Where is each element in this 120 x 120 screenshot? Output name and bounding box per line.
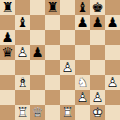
white-king: ♔ (90, 105, 105, 120)
square-d5[interactable] (45, 45, 60, 60)
square-e7[interactable] (60, 15, 75, 30)
white-pawn-fill: ♟ (105, 75, 120, 90)
square-h2[interactable] (105, 90, 120, 105)
square-g4[interactable] (90, 60, 105, 75)
square-f6[interactable] (75, 30, 90, 45)
square-h3[interactable]: ♟♙ (105, 75, 120, 90)
square-d4[interactable] (45, 60, 60, 75)
black-bishop: ♝ (75, 0, 90, 15)
white-pawn: ♙ (105, 75, 120, 90)
square-g1[interactable]: ♚♔ (90, 105, 105, 120)
black-pawn: ♟ (90, 15, 105, 30)
square-d6[interactable] (45, 30, 60, 45)
square-c1[interactable]: ♛♕ (30, 105, 45, 120)
square-f5[interactable] (75, 45, 90, 60)
white-king-fill: ♚ (90, 105, 105, 120)
black-king: ♚ (90, 0, 105, 15)
square-c4[interactable] (30, 60, 45, 75)
square-b4[interactable] (15, 60, 30, 75)
square-e5[interactable] (60, 45, 75, 60)
white-rook: ♖ (15, 105, 30, 120)
square-a4[interactable] (0, 60, 15, 75)
white-rook: ♖ (60, 105, 75, 120)
square-e8[interactable] (60, 0, 75, 15)
square-b8[interactable] (15, 0, 30, 15)
square-b5[interactable]: ♟♙ (15, 45, 30, 60)
square-a1[interactable] (0, 105, 15, 120)
chess-board: ♜♜♝♚♝♟♟♟♟♛♟♙♟♟♙♝♗♞♘♟♙♟♙♟♙♜♖♛♕♜♖♚♔ (0, 0, 120, 120)
square-e3[interactable] (60, 75, 75, 90)
white-queen: ♕ (30, 105, 45, 120)
square-f7[interactable]: ♟ (75, 15, 90, 30)
square-c8[interactable] (30, 0, 45, 15)
square-g6[interactable] (90, 30, 105, 45)
square-b2[interactable] (15, 90, 30, 105)
square-c5[interactable]: ♟ (30, 45, 45, 60)
black-pawn: ♟ (30, 45, 45, 60)
square-d2[interactable] (45, 90, 60, 105)
white-pawn-fill: ♟ (90, 90, 105, 105)
square-d3[interactable] (45, 75, 60, 90)
square-c3[interactable] (30, 75, 45, 90)
black-pawn: ♟ (105, 15, 120, 30)
black-pawn: ♟ (0, 30, 15, 45)
square-a8[interactable]: ♜ (0, 0, 15, 15)
white-pawn: ♙ (75, 90, 90, 105)
square-d7[interactable] (45, 15, 60, 30)
square-a5[interactable]: ♛ (0, 45, 15, 60)
square-f4[interactable] (75, 60, 90, 75)
square-h6[interactable] (105, 30, 120, 45)
square-h5[interactable] (105, 45, 120, 60)
square-e1[interactable]: ♜♖ (60, 105, 75, 120)
square-h7[interactable]: ♟ (105, 15, 120, 30)
white-pawn: ♙ (60, 60, 75, 75)
white-pawn-fill: ♟ (60, 60, 75, 75)
square-b3[interactable]: ♝♗ (15, 75, 30, 90)
square-h1[interactable] (105, 105, 120, 120)
black-rook: ♜ (45, 0, 60, 15)
white-bishop: ♗ (15, 75, 30, 90)
square-h8[interactable] (105, 0, 120, 15)
square-d1[interactable] (45, 105, 60, 120)
square-e6[interactable] (60, 30, 75, 45)
square-b6[interactable] (15, 30, 30, 45)
square-d8[interactable]: ♜ (45, 0, 60, 15)
white-queen-fill: ♛ (30, 105, 45, 120)
square-f2[interactable]: ♟♙ (75, 90, 90, 105)
square-e2[interactable] (60, 90, 75, 105)
square-c2[interactable] (30, 90, 45, 105)
white-knight-fill: ♞ (75, 75, 90, 90)
square-a3[interactable] (0, 75, 15, 90)
square-f8[interactable]: ♝ (75, 0, 90, 15)
square-c7[interactable] (30, 15, 45, 30)
black-bishop: ♝ (15, 15, 30, 30)
square-g2[interactable]: ♟♙ (90, 90, 105, 105)
square-c6[interactable] (30, 30, 45, 45)
square-e4[interactable]: ♟♙ (60, 60, 75, 75)
white-pawn: ♙ (15, 45, 30, 60)
white-pawn: ♙ (90, 90, 105, 105)
square-b7[interactable]: ♝ (15, 15, 30, 30)
square-a6[interactable]: ♟ (0, 30, 15, 45)
square-f3[interactable]: ♞♘ (75, 75, 90, 90)
white-rook-fill: ♜ (15, 105, 30, 120)
white-knight: ♘ (75, 75, 90, 90)
square-a2[interactable] (0, 90, 15, 105)
white-rook-fill: ♜ (60, 105, 75, 120)
square-h4[interactable] (105, 60, 120, 75)
square-f1[interactable] (75, 105, 90, 120)
square-g7[interactable]: ♟ (90, 15, 105, 30)
square-b1[interactable]: ♜♖ (15, 105, 30, 120)
black-queen: ♛ (0, 45, 15, 60)
square-a7[interactable] (0, 15, 15, 30)
white-pawn-fill: ♟ (15, 45, 30, 60)
square-g5[interactable] (90, 45, 105, 60)
white-pawn-fill: ♟ (75, 90, 90, 105)
black-rook: ♜ (0, 0, 15, 15)
black-pawn: ♟ (75, 15, 90, 30)
white-bishop-fill: ♝ (15, 75, 30, 90)
square-g8[interactable]: ♚ (90, 0, 105, 15)
square-g3[interactable] (90, 75, 105, 90)
